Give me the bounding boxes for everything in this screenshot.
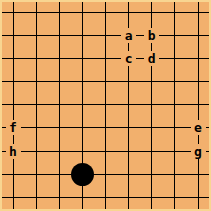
go-board-diagram: abcdefgh — [0, 0, 211, 211]
grid-line-horizontal — [2, 197, 209, 198]
point-label-h: h — [6, 144, 21, 159]
point-label-c: c — [121, 51, 136, 66]
point-label-a: a — [121, 28, 136, 43]
point-label-b: b — [144, 28, 159, 43]
grid-line-horizontal — [2, 58, 209, 59]
grid-line-vertical — [36, 2, 37, 209]
point-label-g: g — [191, 144, 206, 159]
grid-line-horizontal — [2, 174, 209, 175]
grid-line-horizontal — [2, 35, 209, 36]
grid-line-horizontal — [2, 81, 209, 82]
grid-line-horizontal — [2, 151, 209, 152]
grid-line-horizontal — [2, 127, 209, 128]
point-label-e: e — [191, 120, 206, 135]
grid-line-horizontal — [2, 12, 209, 13]
grid-line-vertical — [59, 2, 60, 209]
point-label-f: f — [6, 120, 21, 135]
grid-line-horizontal — [2, 104, 209, 105]
black-stone — [71, 163, 94, 186]
grid-line-vertical — [198, 2, 199, 209]
grid-line-vertical — [174, 2, 175, 209]
grid-line-vertical — [13, 2, 14, 209]
grid-line-vertical — [105, 2, 106, 209]
go-board: abcdefgh — [2, 2, 209, 209]
point-label-d: d — [144, 51, 159, 66]
